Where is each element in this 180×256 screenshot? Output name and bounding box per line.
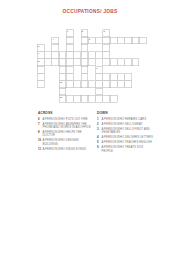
crossword-cell[interactable]: 4 (52, 37, 59, 44)
crossword-cell[interactable] (37, 66, 44, 73)
crossword-cell[interactable]: 9 (95, 66, 102, 73)
crossword-cell[interactable] (37, 81, 44, 88)
down-section: DOWN 1A PERSON WHO REPAIRS CARS2A PERSON… (97, 111, 153, 154)
crossword-cell[interactable] (66, 73, 73, 80)
crossword-cell[interactable] (44, 59, 51, 66)
void-cell (37, 30, 44, 37)
crossword-cell[interactable] (66, 44, 73, 51)
crossword-cell[interactable] (66, 66, 73, 73)
void-cell (132, 81, 139, 88)
crossword-cell[interactable] (59, 73, 66, 80)
clue-text: A PERSON WHO PUTS OUT FIRE (43, 117, 88, 120)
void-cell (139, 95, 146, 102)
cell-number: 2 (82, 30, 83, 33)
void-cell (88, 44, 95, 51)
across-header: ACROSS (38, 111, 94, 115)
clue-number: 2 (97, 122, 99, 125)
void-cell (59, 44, 66, 51)
void-cell (125, 66, 132, 73)
void-cell (73, 44, 80, 51)
crossword-cell[interactable] (103, 81, 110, 88)
crossword-cell[interactable]: 1 (66, 30, 73, 37)
void-cell (73, 73, 80, 80)
crossword-cell[interactable] (73, 59, 80, 66)
clue-item: 10A PERSON WHO DESIGNS BUILDINGS (38, 139, 94, 146)
crossword-cell[interactable] (110, 59, 117, 66)
crossword-cell[interactable]: 5 (37, 44, 44, 51)
crossword-grid: 1234657891011 (37, 30, 146, 103)
clue-item: 5A PERSON WHO TEACHES ENGLISH (97, 140, 153, 143)
void-cell (95, 30, 102, 37)
void-cell (52, 88, 59, 95)
crossword-cell[interactable] (73, 81, 80, 88)
cell-number: 8 (38, 59, 39, 62)
crossword-cell[interactable] (125, 59, 132, 66)
worksheet-page: OCCUPATIONS/ JOBS 1234657891011 ACROSS 6… (0, 0, 180, 256)
void-cell (44, 37, 51, 44)
crossword-cell[interactable] (59, 51, 66, 58)
clue-number: 10 (38, 139, 41, 142)
clue-number: 6 (38, 117, 40, 120)
void-cell (117, 95, 124, 102)
crossword-cell[interactable] (117, 37, 124, 44)
clue-text: A PERSON WHO DESIGNS BUILDINGS (43, 139, 79, 145)
crossword-cell[interactable] (117, 81, 124, 88)
crossword-cell[interactable] (95, 51, 102, 58)
down-header: DOWN (97, 111, 153, 115)
crossword-cell[interactable] (103, 95, 110, 102)
crossword-cell[interactable] (81, 44, 88, 51)
clue-number: 9 (97, 146, 99, 149)
void-cell (139, 44, 146, 51)
crossword-cell[interactable] (81, 81, 88, 88)
void-cell (125, 44, 132, 51)
void-cell (52, 66, 59, 73)
void-cell (52, 30, 59, 37)
crossword-cell[interactable] (110, 37, 117, 44)
clue-text: A PERSON WHO DELIVERS LETTERS (102, 135, 153, 138)
crossword-cell[interactable] (52, 59, 59, 66)
clue-item: 2A PERSON WHO SELLS MEAT (97, 122, 153, 125)
clue-item: 9A PERSON WHO TREATS SICK PEOPLE (97, 146, 153, 153)
cell-number: 9 (96, 67, 97, 70)
void-cell (88, 73, 95, 80)
cell-number: 6 (89, 37, 90, 40)
clue-text: A PERSON WHO TREATS SICK PEOPLE (102, 146, 144, 152)
void-cell (59, 30, 66, 37)
void-cell (132, 88, 139, 95)
crossword-cell[interactable] (103, 37, 110, 44)
crossword-cell[interactable]: 10 (59, 81, 66, 88)
void-cell (132, 44, 139, 51)
clue-text: A PERSON WHO TEACHES ENGLISH (102, 140, 152, 143)
void-cell (139, 73, 146, 80)
crossword-cell[interactable]: 2 (81, 30, 88, 37)
crossword-cell[interactable] (103, 73, 110, 80)
void-cell (125, 51, 132, 58)
void-cell (44, 66, 51, 73)
void-cell (66, 88, 73, 95)
crossword-cell[interactable] (81, 73, 88, 80)
crossword-cell[interactable] (88, 51, 95, 58)
void-cell (117, 88, 124, 95)
void-cell (139, 30, 146, 37)
crossword-cell[interactable] (88, 95, 95, 102)
void-cell (139, 81, 146, 88)
crossword-cell[interactable] (117, 73, 124, 80)
crossword-cell[interactable]: 3 (103, 30, 110, 37)
crossword-cell[interactable] (103, 59, 110, 66)
crossword-cell[interactable]: 6 (88, 37, 95, 44)
void-cell (95, 44, 102, 51)
void-cell (73, 30, 80, 37)
clue-item: 4A PERSON WHO DELIVERS LETTERS (97, 135, 153, 138)
crossword-cell[interactable] (139, 37, 146, 44)
crossword-cell[interactable] (52, 51, 59, 58)
clue-text: A PERSON WHO REPAIRS CARS (102, 117, 147, 120)
cell-number: 5 (38, 45, 39, 48)
crossword-cell[interactable] (95, 95, 102, 102)
void-cell (95, 59, 102, 66)
crossword-cell[interactable] (125, 81, 132, 88)
clue-item: 3A PERSON WHO SELLS FRUIT AND VEGETABLES (97, 127, 153, 134)
crossword-cell[interactable] (66, 51, 73, 58)
clue-number: 4 (97, 135, 99, 138)
crossword-cell[interactable] (59, 59, 66, 66)
clue-item: 8A PERSON WHO HELPS THE DOCTOR (38, 130, 94, 137)
void-cell (110, 44, 117, 51)
void-cell (125, 30, 132, 37)
void-cell (139, 66, 146, 73)
cell-number: 7 (38, 52, 39, 55)
void-cell (52, 95, 59, 102)
crossword-cell[interactable] (81, 66, 88, 73)
void-cell (73, 88, 80, 95)
clue-number: 3 (97, 127, 99, 130)
void-cell (132, 95, 139, 102)
cell-number: 10 (60, 81, 63, 84)
crossword-cell[interactable] (95, 81, 102, 88)
crossword-cell[interactable] (59, 88, 66, 95)
void-cell (81, 88, 88, 95)
void-cell (139, 51, 146, 58)
crossword-cell[interactable] (52, 44, 59, 51)
void-cell (44, 30, 51, 37)
crossword-cell[interactable]: 7 (37, 51, 44, 58)
clue-item: 7A PERSON WHO ANSWERS THE PHONE AND WORK… (38, 122, 94, 129)
crossword-cell[interactable] (66, 37, 73, 44)
clue-number: 1 (97, 117, 99, 120)
void-cell (132, 51, 139, 58)
crossword-cell[interactable] (88, 81, 95, 88)
crossword-cell[interactable] (110, 95, 117, 102)
cell-number: 1 (67, 30, 68, 33)
across-section: ACROSS 6A PERSON WHO PUTS OUT FIRE7A PER… (38, 111, 94, 152)
crossword-cell[interactable] (73, 95, 80, 102)
crossword-cell[interactable] (95, 73, 102, 80)
crossword-cell[interactable] (132, 37, 139, 44)
crossword-cell[interactable] (66, 81, 73, 88)
down-clue-list: 1A PERSON WHO REPAIRS CARS2A PERSON WHO … (97, 117, 153, 152)
void-cell (73, 66, 80, 73)
void-cell (117, 30, 124, 37)
crossword-cell[interactable] (95, 37, 102, 44)
clue-item: 1A PERSON WHO REPAIRS CARS (97, 117, 153, 120)
clue-number: 11 (38, 147, 41, 150)
void-cell (37, 95, 44, 102)
void-cell (103, 66, 110, 73)
void-cell (37, 37, 44, 44)
void-cell (110, 51, 117, 58)
void-cell (117, 51, 124, 58)
void-cell (52, 73, 59, 80)
void-cell (110, 66, 117, 73)
void-cell (73, 37, 80, 44)
crossword-cell[interactable]: 11 (59, 95, 66, 102)
crossword-cell[interactable] (95, 88, 102, 95)
crossword-cell[interactable] (103, 44, 110, 51)
across-clue-list: 6A PERSON WHO PUTS OUT FIRE7A PERSON WHO… (38, 117, 94, 150)
clue-item: 11A PERSON WHO SINGS SONGS (38, 147, 94, 150)
cell-number: 4 (52, 37, 53, 40)
crossword-cell[interactable] (132, 59, 139, 66)
cell-number: 11 (60, 96, 62, 99)
crossword-cell[interactable] (66, 59, 73, 66)
void-cell (37, 88, 44, 95)
void-cell (125, 95, 132, 102)
void-cell (52, 81, 59, 88)
void-cell (132, 73, 139, 80)
crossword-cell[interactable] (66, 95, 73, 102)
clue-text: A PERSON WHO SELLS FRUIT AND VEGETABLES (102, 127, 150, 133)
void-cell (59, 37, 66, 44)
clue-number: 5 (97, 140, 99, 143)
void-cell (44, 44, 51, 51)
crossword-cell[interactable] (81, 51, 88, 58)
clue-number: 7 (38, 122, 40, 125)
crossword-cell[interactable]: 8 (37, 59, 44, 66)
void-cell (117, 66, 124, 73)
void-cell (110, 88, 117, 95)
crossword-cell[interactable] (110, 73, 117, 80)
crossword-cell[interactable] (44, 51, 51, 58)
void-cell (44, 81, 51, 88)
crossword-cell[interactable] (73, 51, 80, 58)
void-cell (110, 30, 117, 37)
crossword-cell[interactable] (37, 73, 44, 80)
crossword-cell[interactable] (59, 66, 66, 73)
crossword-cell[interactable] (110, 81, 117, 88)
crossword-cell[interactable] (103, 51, 110, 58)
crossword-cell[interactable] (88, 59, 95, 66)
clue-text: A PERSON WHO SINGS SONGS (43, 147, 86, 150)
void-cell (88, 66, 95, 73)
void-cell (139, 88, 146, 95)
clue-text: A PERSON WHO ANSWERS THE PHONE AND WORKS… (43, 122, 91, 128)
crossword-cell[interactable] (125, 37, 132, 44)
crossword-cell[interactable] (81, 37, 88, 44)
void-cell (44, 95, 51, 102)
page-canvas: OCCUPATIONS/ JOBS 1234657891011 ACROSS 6… (0, 0, 180, 256)
clue-text: A PERSON WHO SELLS MEAT (102, 122, 143, 125)
void-cell (103, 88, 110, 95)
void-cell (125, 88, 132, 95)
crossword-cell[interactable] (125, 73, 132, 80)
void-cell (132, 30, 139, 37)
void-cell (117, 44, 124, 51)
clue-number: 8 (38, 130, 40, 133)
clue-text: A PERSON WHO HELPS THE DOCTOR (43, 130, 82, 136)
void-cell (139, 59, 146, 66)
cell-number: 3 (104, 30, 105, 33)
crossword-cell[interactable] (117, 59, 124, 66)
page-title: OCCUPATIONS/ JOBS (0, 8, 180, 14)
void-cell (132, 66, 139, 73)
void-cell (44, 73, 51, 80)
void-cell (88, 30, 95, 37)
crossword-cell[interactable] (81, 95, 88, 102)
void-cell (88, 88, 95, 95)
clue-item: 6A PERSON WHO PUTS OUT FIRE (38, 117, 94, 120)
void-cell (44, 88, 51, 95)
crossword-cell[interactable] (81, 59, 88, 66)
